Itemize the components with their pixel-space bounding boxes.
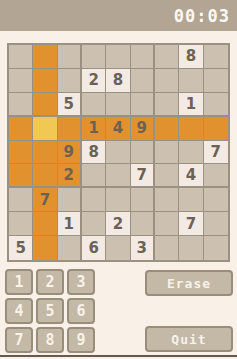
cell-r3c2[interactable] <box>33 93 57 117</box>
cell-r5c4[interactable]: 8 <box>82 141 106 165</box>
cell-r8c2[interactable] <box>33 212 57 236</box>
cell-r9c3[interactable] <box>58 236 82 260</box>
cell-r4c5[interactable]: 4 <box>106 117 130 141</box>
cell-r8c9[interactable] <box>204 212 228 236</box>
cell-r8c6[interactable] <box>131 212 155 236</box>
cell-r6c6[interactable]: 7 <box>131 164 155 188</box>
cell-r1c2[interactable] <box>33 45 57 69</box>
numpad-key-4[interactable]: 4 <box>5 298 33 324</box>
cell-r8c4[interactable] <box>82 212 106 236</box>
cell-r2c3[interactable] <box>58 69 82 93</box>
timer: 00:03 <box>174 6 237 26</box>
cell-r2c9[interactable] <box>204 69 228 93</box>
cell-r1c3[interactable] <box>58 45 82 69</box>
cell-r6c7[interactable] <box>155 164 179 188</box>
cell-r1c9[interactable] <box>204 45 228 69</box>
quit-button[interactable]: Quit <box>145 326 233 352</box>
cell-r3c7[interactable] <box>155 93 179 117</box>
cell-r6c2[interactable] <box>33 164 57 188</box>
numpad-key-2[interactable]: 2 <box>36 269 64 295</box>
numpad-key-8[interactable]: 8 <box>36 327 64 353</box>
cell-r9c9[interactable] <box>204 236 228 260</box>
cell-r7c3[interactable] <box>58 188 82 212</box>
numpad: 123456789 <box>5 269 95 353</box>
cell-r4c2[interactable] <box>33 117 57 141</box>
cell-r7c9[interactable] <box>204 188 228 212</box>
cell-r4c1[interactable] <box>9 117 33 141</box>
cell-r7c6[interactable] <box>131 188 155 212</box>
cell-r8c1[interactable] <box>9 212 33 236</box>
cell-r2c7[interactable] <box>155 69 179 93</box>
cell-r3c9[interactable] <box>204 93 228 117</box>
cell-r2c5[interactable]: 8 <box>106 69 130 93</box>
numpad-key-1[interactable]: 1 <box>5 269 33 295</box>
cell-r9c2[interactable] <box>33 236 57 260</box>
cell-r9c1[interactable]: 5 <box>9 236 33 260</box>
cell-r7c2[interactable]: 7 <box>33 188 57 212</box>
numpad-key-9[interactable]: 9 <box>67 327 95 353</box>
cell-r4c9[interactable] <box>204 117 228 141</box>
cell-r3c1[interactable] <box>9 93 33 117</box>
cell-r3c8[interactable]: 1 <box>179 93 203 117</box>
cell-r8c5[interactable]: 2 <box>106 212 130 236</box>
cell-r2c8[interactable] <box>179 69 203 93</box>
cell-r7c4[interactable] <box>82 188 106 212</box>
cell-r4c7[interactable] <box>155 117 179 141</box>
numpad-key-3[interactable]: 3 <box>67 269 95 295</box>
cell-r7c8[interactable] <box>179 188 203 212</box>
sudoku-app: 00:03 828511499872747127563 123456789 Er… <box>0 0 237 359</box>
numpad-key-5[interactable]: 5 <box>36 298 64 324</box>
cell-r9c7[interactable] <box>155 236 179 260</box>
cell-r5c6[interactable] <box>131 141 155 165</box>
cell-r5c3[interactable]: 9 <box>58 141 82 165</box>
cell-r5c9[interactable]: 7 <box>204 141 228 165</box>
cell-r5c5[interactable] <box>106 141 130 165</box>
cell-r1c6[interactable] <box>131 45 155 69</box>
cell-r6c3[interactable]: 2 <box>58 164 82 188</box>
cell-r4c4[interactable]: 1 <box>82 117 106 141</box>
cell-r5c8[interactable] <box>179 141 203 165</box>
cell-r9c8[interactable] <box>179 236 203 260</box>
cell-r1c4[interactable] <box>82 45 106 69</box>
cell-r6c9[interactable] <box>204 164 228 188</box>
cell-r5c7[interactable] <box>155 141 179 165</box>
sudoku-board[interactable]: 828511499872747127563 <box>7 43 230 262</box>
cell-r7c7[interactable] <box>155 188 179 212</box>
erase-button[interactable]: Erase <box>145 270 233 296</box>
numpad-key-6[interactable]: 6 <box>67 298 95 324</box>
cell-r6c1[interactable] <box>9 164 33 188</box>
cell-r6c4[interactable] <box>82 164 106 188</box>
cell-r2c1[interactable] <box>9 69 33 93</box>
cell-r9c6[interactable]: 3 <box>131 236 155 260</box>
cell-r8c8[interactable]: 7 <box>179 212 203 236</box>
cell-r9c4[interactable]: 6 <box>82 236 106 260</box>
cell-r1c8[interactable]: 8 <box>179 45 203 69</box>
cell-r9c5[interactable] <box>106 236 130 260</box>
cell-r2c2[interactable] <box>33 69 57 93</box>
cell-r7c5[interactable] <box>106 188 130 212</box>
cell-r3c5[interactable] <box>106 93 130 117</box>
cell-r2c4[interactable]: 2 <box>82 69 106 93</box>
bottom-divider <box>0 355 237 357</box>
cell-r8c7[interactable] <box>155 212 179 236</box>
cell-r1c1[interactable] <box>9 45 33 69</box>
cell-r3c3[interactable]: 5 <box>58 93 82 117</box>
cell-r5c2[interactable] <box>33 141 57 165</box>
top-bar: 00:03 <box>0 0 237 31</box>
cell-r3c4[interactable] <box>82 93 106 117</box>
cell-r7c1[interactable] <box>9 188 33 212</box>
cell-r1c7[interactable] <box>155 45 179 69</box>
numpad-key-7[interactable]: 7 <box>5 327 33 353</box>
cell-r1c5[interactable] <box>106 45 130 69</box>
cell-r3c6[interactable] <box>131 93 155 117</box>
cell-r8c3[interactable]: 1 <box>58 212 82 236</box>
cell-r6c5[interactable] <box>106 164 130 188</box>
cell-r4c3[interactable] <box>58 117 82 141</box>
cell-r2c6[interactable] <box>131 69 155 93</box>
cell-r4c6[interactable]: 9 <box>131 117 155 141</box>
cell-r4c8[interactable] <box>179 117 203 141</box>
cell-r6c8[interactable]: 4 <box>179 164 203 188</box>
cell-r5c1[interactable] <box>9 141 33 165</box>
